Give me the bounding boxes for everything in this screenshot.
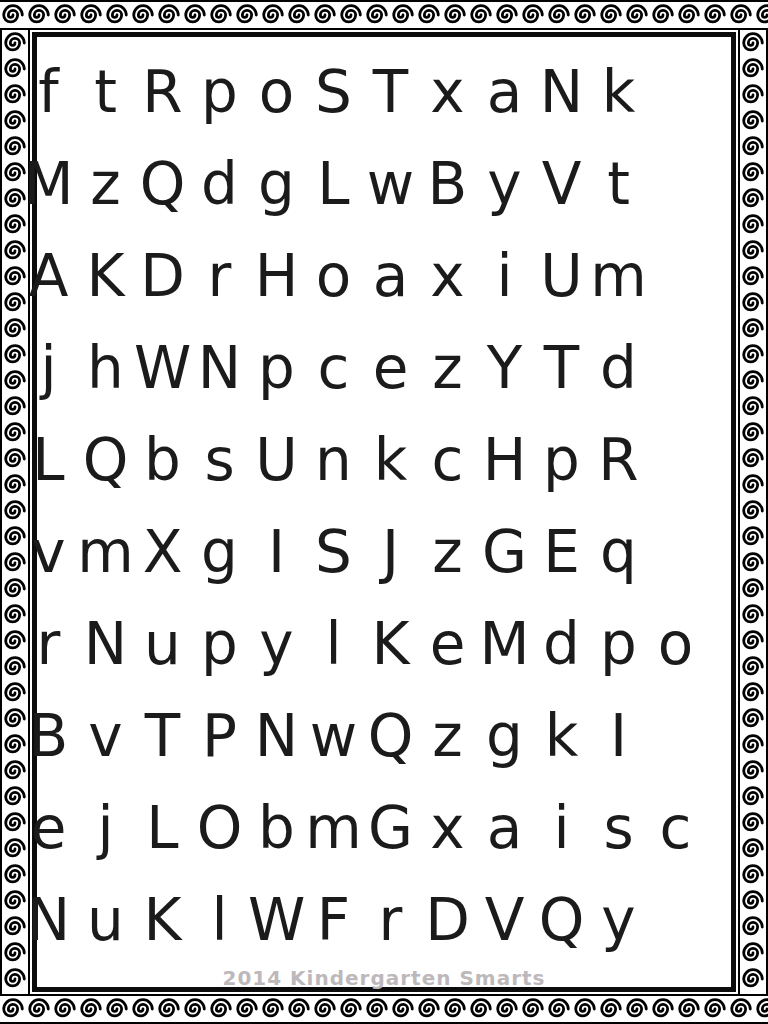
- letter-cell: p: [590, 598, 647, 690]
- letter-cell: e: [419, 598, 476, 690]
- swirl-icon: [650, 2, 676, 28]
- swirl-icon: [676, 2, 702, 28]
- letter-cell: e: [20, 782, 77, 874]
- letter-cell: K: [134, 874, 191, 966]
- border-top: [0, 0, 768, 30]
- letter-cell: Y: [476, 322, 533, 414]
- letter-cell: H: [248, 230, 305, 322]
- letter-cell: U: [248, 414, 305, 506]
- swirl-icon: [26, 996, 52, 1022]
- swirl-icon: [546, 996, 572, 1022]
- letter-cell: K: [77, 230, 134, 322]
- letter-cell: c: [305, 322, 362, 414]
- swirl-icon: [728, 996, 754, 1022]
- letter-cell: G: [362, 782, 419, 874]
- letter-cell: P: [191, 690, 248, 782]
- swirl-icon: [494, 996, 520, 1022]
- letter-cell: o: [248, 46, 305, 138]
- swirl-icon: [546, 2, 572, 28]
- swirl-icon: [0, 2, 26, 28]
- swirl-icon: [416, 996, 442, 1022]
- letter-cell: y: [590, 874, 647, 966]
- letter-cell: m: [590, 230, 647, 322]
- letter-cell: F: [305, 874, 362, 966]
- letter-cell: u: [77, 874, 134, 966]
- swirl-icon: [234, 996, 260, 1022]
- letter-cell: l: [191, 874, 248, 966]
- letter-cell: z: [419, 690, 476, 782]
- swirl-icon: [78, 2, 104, 28]
- letter-cell: S: [305, 46, 362, 138]
- swirl-icon: [416, 2, 442, 28]
- swirl-icon: [624, 2, 650, 28]
- letter-cell: u: [134, 598, 191, 690]
- swirl-icon: [156, 996, 182, 1022]
- swirl-icon: [442, 2, 468, 28]
- letter-row: ejLObmGxaisc: [20, 782, 748, 874]
- swirl-icon: [286, 2, 312, 28]
- letter-cell: T: [533, 322, 590, 414]
- swirl-icon: [104, 2, 130, 28]
- border-bottom: [0, 994, 768, 1024]
- swirl-icon: [52, 2, 78, 28]
- letter-cell: M: [20, 138, 77, 230]
- letter-cell: Q: [77, 414, 134, 506]
- letter-cell: L: [305, 138, 362, 230]
- letter-cell: M: [476, 598, 533, 690]
- letter-cell: l: [305, 598, 362, 690]
- swirl-icon: [2, 992, 28, 994]
- swirl-icon: [78, 996, 104, 1022]
- letter-cell: i: [533, 782, 590, 874]
- letter-grid: ftRpoSTxaNkMzQdgLwByVtAKDrHoaxiUmjhWNpce…: [20, 46, 748, 964]
- letter-cell: t: [590, 138, 647, 230]
- swirl-icon: [364, 996, 390, 1022]
- letter-cell: E: [533, 506, 590, 598]
- swirl-icon: [130, 2, 156, 28]
- letter-cell: b: [248, 782, 305, 874]
- letter-cell: Q: [362, 690, 419, 782]
- letter-cell: U: [533, 230, 590, 322]
- letter-cell: Q: [134, 138, 191, 230]
- letter-cell: z: [77, 138, 134, 230]
- letter-cell: N: [20, 874, 77, 966]
- swirl-icon: [156, 2, 182, 28]
- swirl-icon: [208, 996, 234, 1022]
- letter-cell: T: [134, 690, 191, 782]
- letter-cell: X: [134, 506, 191, 598]
- letter-cell: s: [590, 782, 647, 874]
- swirl-icon: [572, 996, 598, 1022]
- letter-cell: c: [419, 414, 476, 506]
- letter-cell: x: [419, 782, 476, 874]
- swirl-icon: [754, 996, 768, 1022]
- letter-cell: o: [647, 598, 704, 690]
- letter-cell: b: [134, 414, 191, 506]
- letter-cell: j: [20, 322, 77, 414]
- letter-row: NuKlWFrDVQy: [20, 874, 748, 966]
- swirl-icon: [260, 2, 286, 28]
- letter-cell: p: [191, 46, 248, 138]
- letter-cell: R: [590, 414, 647, 506]
- letter-row: ftRpoSTxaNk: [20, 46, 748, 138]
- letter-cell: a: [476, 46, 533, 138]
- letter-cell: g: [476, 690, 533, 782]
- swirl-icon: [650, 996, 676, 1022]
- letter-cell: c: [647, 782, 704, 874]
- letter-cell: N: [191, 322, 248, 414]
- letter-cell: d: [533, 598, 590, 690]
- letter-cell: k: [362, 414, 419, 506]
- letter-cell: o: [305, 230, 362, 322]
- letter-cell: n: [305, 414, 362, 506]
- letter-cell: g: [248, 138, 305, 230]
- letter-cell: v: [77, 690, 134, 782]
- letter-cell: A: [20, 230, 77, 322]
- letter-cell: L: [134, 782, 191, 874]
- swirl-icon: [234, 2, 260, 28]
- letter-cell: k: [533, 690, 590, 782]
- letter-row: MzQdgLwByVt: [20, 138, 748, 230]
- swirl-icon: [728, 2, 754, 28]
- letter-cell: x: [419, 230, 476, 322]
- letter-cell: G: [476, 506, 533, 598]
- swirl-icon: [182, 996, 208, 1022]
- swirl-icon: [676, 996, 702, 1022]
- letter-row: LQbsUnkcHpR: [20, 414, 748, 506]
- swirl-icon: [208, 2, 234, 28]
- swirl-icon: [312, 2, 338, 28]
- swirl-icon: [572, 2, 598, 28]
- swirl-icon: [468, 996, 494, 1022]
- letter-cell: J: [362, 506, 419, 598]
- letter-cell: d: [191, 138, 248, 230]
- swirl-icon: [624, 996, 650, 1022]
- swirl-icon: [104, 996, 130, 1022]
- swirl-icon: [740, 992, 766, 994]
- swirl-icon: [286, 996, 312, 1022]
- letter-cell: r: [20, 598, 77, 690]
- swirl-icon: [702, 2, 728, 28]
- letter-cell: q: [590, 506, 647, 598]
- swirl-icon: [598, 2, 624, 28]
- letter-cell: y: [476, 138, 533, 230]
- letter-cell: m: [77, 506, 134, 598]
- swirl-icon: [260, 996, 286, 1022]
- letter-cell: g: [191, 506, 248, 598]
- letter-cell: h: [77, 322, 134, 414]
- letter-cell: N: [533, 46, 590, 138]
- letter-cell: D: [419, 874, 476, 966]
- swirl-icon: [598, 996, 624, 1022]
- worksheet-page: ftRpoSTxaNkMzQdgLwByVtAKDrHoaxiUmjhWNpce…: [0, 0, 768, 1024]
- letter-cell: T: [362, 46, 419, 138]
- letter-cell: p: [533, 414, 590, 506]
- letter-cell: r: [191, 230, 248, 322]
- letter-cell: k: [590, 46, 647, 138]
- letter-cell: V: [533, 138, 590, 230]
- letter-cell: d: [590, 322, 647, 414]
- swirl-icon: [520, 996, 546, 1022]
- letter-row: BvTPNwQzgkI: [20, 690, 748, 782]
- swirl-icon: [468, 2, 494, 28]
- letter-cell: B: [20, 690, 77, 782]
- letter-cell: D: [134, 230, 191, 322]
- letter-cell: W: [134, 322, 191, 414]
- letter-cell: H: [476, 414, 533, 506]
- swirl-icon: [312, 996, 338, 1022]
- swirl-icon: [702, 996, 728, 1022]
- swirl-icon: [26, 2, 52, 28]
- swirl-icon: [338, 996, 364, 1022]
- swirl-icon: [442, 996, 468, 1022]
- swirl-icon: [390, 2, 416, 28]
- swirl-icon: [364, 2, 390, 28]
- letter-cell: e: [362, 322, 419, 414]
- letter-cell: a: [476, 782, 533, 874]
- swirl-icon: [494, 2, 520, 28]
- letter-cell: f: [20, 46, 77, 138]
- letter-cell: s: [191, 414, 248, 506]
- letter-cell: t: [77, 46, 134, 138]
- letter-cell: j: [77, 782, 134, 874]
- swirl-icon: [182, 2, 208, 28]
- letter-cell: m: [305, 782, 362, 874]
- swirl-icon: [338, 2, 364, 28]
- letter-cell: L: [20, 414, 77, 506]
- letter-cell: K: [362, 598, 419, 690]
- letter-cell: Q: [533, 874, 590, 966]
- letter-row: jhWNpcezYTd: [20, 322, 748, 414]
- swirl-icon: [52, 996, 78, 1022]
- letter-cell: S: [305, 506, 362, 598]
- swirl-icon: [130, 996, 156, 1022]
- letter-cell: N: [77, 598, 134, 690]
- letter-cell: z: [419, 506, 476, 598]
- letter-cell: i: [476, 230, 533, 322]
- letter-row: AKDrHoaxiUm: [20, 230, 748, 322]
- letter-cell: w: [362, 138, 419, 230]
- letter-row: rNupylKeMdpo: [20, 598, 748, 690]
- letter-cell: y: [248, 598, 305, 690]
- swirl-icon: [390, 996, 416, 1022]
- letter-cell: V: [476, 874, 533, 966]
- letter-cell: z: [419, 322, 476, 414]
- letter-cell: I: [248, 506, 305, 598]
- letter-cell: v: [20, 506, 77, 598]
- letter-cell: p: [191, 598, 248, 690]
- swirl-icon: [754, 2, 768, 28]
- letter-cell: N: [248, 690, 305, 782]
- letter-cell: W: [248, 874, 305, 966]
- credit-text: 2014 Kindergarten Smarts: [0, 966, 768, 990]
- letter-cell: a: [362, 230, 419, 322]
- letter-cell: R: [134, 46, 191, 138]
- letter-cell: p: [248, 322, 305, 414]
- letter-cell: B: [419, 138, 476, 230]
- letter-cell: x: [419, 46, 476, 138]
- swirl-icon: [0, 996, 26, 1022]
- letter-row: vmXgISJzGEq: [20, 506, 748, 598]
- letter-cell: O: [191, 782, 248, 874]
- swirl-icon: [520, 2, 546, 28]
- letter-cell: r: [362, 874, 419, 966]
- letter-cell: w: [305, 690, 362, 782]
- letter-cell: I: [590, 690, 647, 782]
